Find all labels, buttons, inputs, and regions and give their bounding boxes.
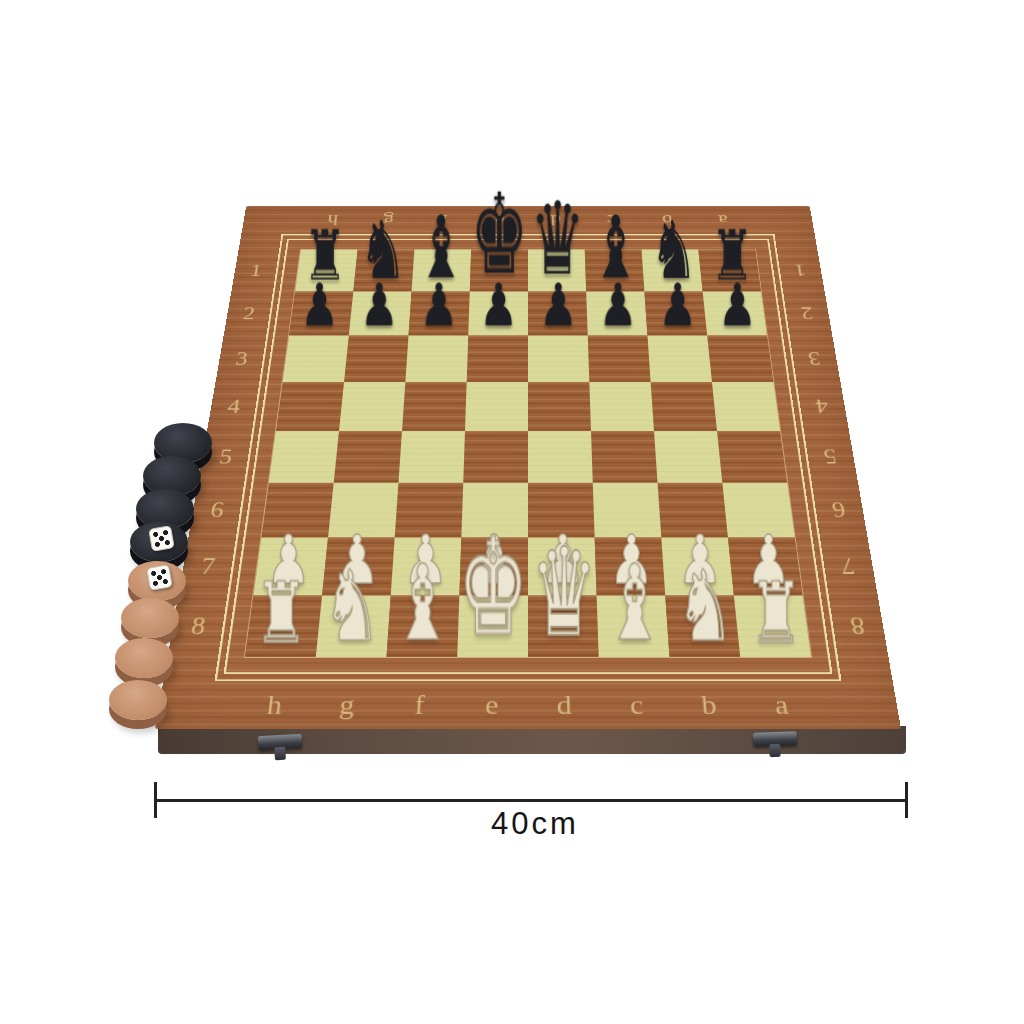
square-c3 [588,336,651,382]
black-pawn: ♟ [419,275,458,334]
border-pinstripe-outer: ♜♞♝♚♛♝♞♜♟♟♟♟♟♟♟♟♟♟♟♟♟♟♟♟♜♞♝♚♛♝♞♜ [214,234,841,681]
rank-label: 1 [238,250,274,292]
rank-label: 6 [818,483,860,538]
wood-checker [121,598,179,638]
rank-label: 2 [789,292,826,336]
square-a5 [717,431,787,483]
white-knight: ♞ [322,557,380,655]
dimension-line [155,799,907,802]
square-d4 [528,382,591,431]
black-pawn: ♟ [717,275,756,334]
square-a4 [712,382,780,431]
white-queen: ♛ [530,533,596,655]
square-a2: ♟ [703,292,767,336]
board-grid: ♜♞♝♚♛♝♞♜♟♟♟♟♟♟♟♟♟♟♟♟♟♟♟♟♜♞♝♚♛♝♞♜ [245,250,811,657]
white-bishop: ♝ [604,551,664,655]
chess-board-3d: hgfedcba hgfedcba 12345678 12345678 ♜♞♝♚… [155,206,901,729]
rank-label: 4 [802,382,842,431]
square-e8: ♚ [457,595,528,657]
rank-label: 4 [214,382,254,431]
square-f8: ♝ [387,595,460,657]
black-pawn: ♟ [598,275,637,334]
board-wood-surface: hgfedcba hgfedcba 12345678 12345678 ♜♞♝♚… [155,206,901,729]
square-h5 [269,431,339,483]
square-g4 [339,382,405,431]
square-g2: ♟ [349,292,412,336]
square-e4 [465,382,528,431]
square-b8: ♞ [665,595,740,657]
black-pawn: ♟ [658,275,697,334]
square-a3 [707,336,773,382]
square-d2: ♟ [528,292,588,336]
rank-label: 7 [186,537,230,595]
square-h4 [276,382,344,431]
file-labels-bottom: hgfedcba [235,685,820,727]
wood-checker [109,680,167,720]
dimension-tick-right [905,782,908,818]
file-label: h [235,685,312,727]
square-d5 [528,431,593,483]
dimension-tick-left [154,782,157,818]
square-b2: ♟ [644,292,707,336]
square-h8: ♜ [245,595,322,657]
rank-label: 1 [782,250,818,292]
rank-label: 8 [175,595,220,657]
border-pinstripe-inner: ♜♞♝♚♛♝♞♜♟♟♟♟♟♟♟♟♟♟♟♟♟♟♟♟♜♞♝♚♛♝♞♜ [223,239,832,675]
square-g5 [334,431,402,483]
square-b5 [654,431,722,483]
square-c2: ♟ [586,292,647,336]
square-g3 [344,336,409,382]
square-a8: ♜ [734,595,811,657]
white-king: ♚ [457,520,527,655]
white-rook: ♜ [254,571,307,655]
black-pawn: ♟ [359,275,398,334]
square-f4 [402,382,467,431]
white-knight: ♞ [676,557,734,655]
square-f3 [405,336,468,382]
white-bishop: ♝ [392,551,452,655]
square-f2: ♟ [409,292,470,336]
product-photo: hgfedcba hgfedcba 12345678 12345678 ♜♞♝♚… [0,0,1024,1024]
rank-label: 8 [835,595,880,657]
square-e5 [463,431,528,483]
rank-label: 2 [230,292,267,336]
file-label: b [671,685,747,727]
file-label: a [743,685,820,727]
square-e2: ♟ [468,292,528,336]
rank-label: 7 [826,537,870,595]
square-b4 [651,382,717,431]
clasp-hinge-left [258,734,303,750]
white-rook: ♜ [749,571,802,655]
dimension-label: 40cm [430,806,640,842]
square-d3 [528,336,589,382]
file-label: g [309,685,385,727]
die [148,525,175,552]
wood-checker [115,638,173,678]
file-label: d [528,685,601,727]
square-c8: ♝ [597,595,670,657]
black-pawn: ♟ [300,275,339,334]
square-h3 [283,336,349,382]
black-pawn: ♟ [538,275,577,334]
black-pawn: ♟ [479,275,518,334]
die [146,564,173,591]
rank-label: 5 [810,431,851,483]
square-c4 [589,382,654,431]
square-c5 [591,431,658,483]
square-h2: ♟ [289,292,353,336]
clasp-hinge-right [753,731,797,747]
file-label: c [600,685,675,727]
square-b3 [647,336,712,382]
square-e3 [467,336,528,382]
square-f5 [398,431,465,483]
rank-label: 3 [222,336,260,382]
square-g8: ♞ [316,595,391,657]
square-d8: ♛ [528,595,599,657]
rank-label: 6 [196,483,238,538]
file-label: e [455,685,528,727]
rank-label: 3 [795,336,833,382]
file-label: f [382,685,457,727]
